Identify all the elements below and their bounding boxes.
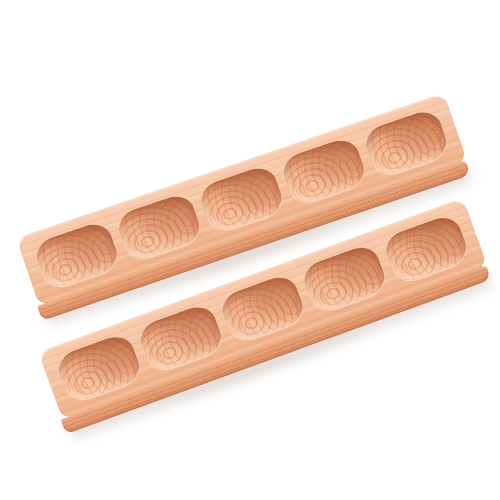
product-photo-canvas — [0, 0, 500, 500]
